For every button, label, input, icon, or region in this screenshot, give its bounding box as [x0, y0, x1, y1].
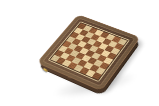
squares-grid [50, 23, 127, 80]
board-plane [37, 14, 141, 91]
board-frame [37, 14, 141, 91]
chessboard [45, 6, 133, 94]
product-photo-background [0, 0, 159, 106]
